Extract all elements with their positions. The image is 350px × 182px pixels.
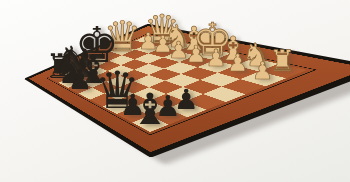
chess-set-photo: ♛♞♝♚♝♞♜♟♟♟♟♟♟♟♛♚♟♟♞♟♝♟♜♞♟♛♟♝: [0, 0, 350, 182]
white-pawn[interactable]: ♟: [227, 53, 248, 77]
black-pawn[interactable]: ♟: [68, 65, 92, 92]
white-pawn[interactable]: ♟: [186, 42, 207, 65]
white-pawn[interactable]: ♟: [252, 59, 274, 83]
white-pawn[interactable]: ♟: [205, 47, 226, 70]
black-bishop[interactable]: ♝: [130, 88, 169, 131]
